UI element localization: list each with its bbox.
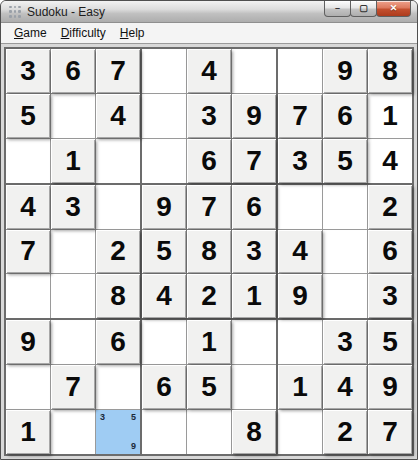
cell-r1c6[interactable] — [232, 49, 276, 93]
cell-r6c4[interactable]: 4 — [142, 274, 186, 318]
cell-r4c5[interactable]: 7 — [187, 185, 231, 229]
close-button[interactable]: ✕ — [376, 1, 411, 17]
menu-help[interactable]: Help — [113, 24, 152, 42]
cell-r5c4[interactable]: 5 — [142, 230, 186, 274]
cell-r3c4[interactable] — [142, 139, 186, 183]
cell-r4c4[interactable]: 9 — [142, 185, 186, 229]
cell-r5c6[interactable]: 3 — [232, 230, 276, 274]
cell-r8c2[interactable]: 7 — [51, 365, 95, 409]
minimize-button[interactable]: – — [324, 1, 351, 17]
cell-r6c9[interactable]: 3 — [368, 274, 412, 318]
cell-r3c2[interactable]: 1 — [51, 139, 95, 183]
cell-r9c7[interactable] — [278, 410, 322, 454]
cell-r6c8[interactable] — [323, 274, 367, 318]
cell-r8c4[interactable]: 6 — [142, 365, 186, 409]
sudoku-board: 3675414396798761354437289765834212469396… — [4, 47, 414, 456]
cell-r8c8[interactable]: 4 — [323, 365, 367, 409]
client-area: 3675414396798761354437289765834212469396… — [1, 44, 417, 459]
cell-r5c2[interactable] — [51, 230, 95, 274]
menu-game[interactable]: Game — [7, 24, 54, 42]
cell-r2c9[interactable]: 1 — [368, 94, 412, 138]
cell-r7c6[interactable] — [232, 320, 276, 364]
cell-r3c6[interactable]: 7 — [232, 139, 276, 183]
cell-r1c5[interactable]: 4 — [187, 49, 231, 93]
cell-r9c9[interactable]: 7 — [368, 410, 412, 454]
cell-r5c5[interactable]: 8 — [187, 230, 231, 274]
cell-r9c5[interactable] — [187, 410, 231, 454]
window-title: Sudoku - Easy — [27, 5, 105, 19]
cell-r3c9[interactable]: 4 — [368, 139, 412, 183]
cell-r4c8[interactable] — [323, 185, 367, 229]
cell-r7c7[interactable] — [278, 320, 322, 364]
cell-r2c4[interactable] — [142, 94, 186, 138]
sudoku-window: Sudoku - Easy – ▢ ✕ Game Difficulty Help… — [0, 0, 418, 460]
cell-r9c1[interactable]: 1 — [6, 410, 50, 454]
cell-r1c8[interactable]: 9 — [323, 49, 367, 93]
cell-r3c3[interactable] — [96, 139, 140, 183]
cell-r1c9[interactable]: 8 — [368, 49, 412, 93]
cell-r5c9[interactable]: 6 — [368, 230, 412, 274]
cell-r2c8[interactable]: 6 — [323, 94, 367, 138]
cell-r6c5[interactable]: 2 — [187, 274, 231, 318]
box-1-3: 98761354 — [278, 49, 412, 183]
cell-r9c4[interactable] — [142, 410, 186, 454]
cell-r9c2[interactable] — [51, 410, 95, 454]
cell-r8c5[interactable]: 5 — [187, 365, 231, 409]
cell-r6c7[interactable]: 9 — [278, 274, 322, 318]
cell-r8c7[interactable]: 1 — [278, 365, 322, 409]
caption-buttons: – ▢ ✕ — [325, 1, 411, 17]
cell-r5c7[interactable]: 4 — [278, 230, 322, 274]
cell-r9c8[interactable]: 2 — [323, 410, 367, 454]
cell-r4c1[interactable]: 4 — [6, 185, 50, 229]
cell-r9c3[interactable]: 359 — [96, 410, 140, 454]
cell-r7c2[interactable] — [51, 320, 95, 364]
cell-r5c1[interactable]: 7 — [6, 230, 50, 274]
cell-r2c3[interactable]: 4 — [96, 94, 140, 138]
cell-r6c3[interactable]: 8 — [96, 274, 140, 318]
cell-r7c1[interactable]: 9 — [6, 320, 50, 364]
box-2-3: 24693 — [278, 185, 412, 319]
pencil-mark-5: 5 — [131, 413, 136, 422]
cell-r8c9[interactable]: 9 — [368, 365, 412, 409]
pencil-mark-3: 3 — [100, 413, 105, 422]
cell-r3c8[interactable]: 5 — [323, 139, 367, 183]
cell-r2c6[interactable]: 9 — [232, 94, 276, 138]
cell-r8c1[interactable] — [6, 365, 50, 409]
pencil-mark-9: 9 — [131, 442, 136, 451]
cell-r6c1[interactable] — [6, 274, 50, 318]
box-3-1: 9671359 — [6, 320, 140, 454]
cell-r3c5[interactable]: 6 — [187, 139, 231, 183]
cell-r4c7[interactable] — [278, 185, 322, 229]
maximize-button[interactable]: ▢ — [350, 1, 377, 17]
box-3-3: 3514927 — [278, 320, 412, 454]
cell-r2c7[interactable]: 7 — [278, 94, 322, 138]
cell-r9c6[interactable]: 8 — [232, 410, 276, 454]
menu-bar: Game Difficulty Help — [1, 23, 417, 44]
box-3-2: 1658 — [142, 320, 276, 454]
cell-r6c6[interactable]: 1 — [232, 274, 276, 318]
cell-r1c2[interactable]: 6 — [51, 49, 95, 93]
cell-r6c2[interactable] — [51, 274, 95, 318]
cell-r7c3[interactable]: 6 — [96, 320, 140, 364]
box-1-1: 367541 — [6, 49, 140, 183]
box-1-2: 43967 — [142, 49, 276, 183]
cell-r7c5[interactable]: 1 — [187, 320, 231, 364]
cell-r8c6[interactable] — [232, 365, 276, 409]
cell-r1c4[interactable] — [142, 49, 186, 93]
cell-r4c9[interactable]: 2 — [368, 185, 412, 229]
cell-r7c8[interactable]: 3 — [323, 320, 367, 364]
cell-r5c8[interactable] — [323, 230, 367, 274]
cell-r2c1[interactable]: 5 — [6, 94, 50, 138]
cell-r1c1[interactable]: 3 — [6, 49, 50, 93]
cell-r3c7[interactable]: 3 — [278, 139, 322, 183]
cell-r1c3[interactable]: 7 — [96, 49, 140, 93]
cell-r2c2[interactable] — [51, 94, 95, 138]
cell-r4c2[interactable]: 3 — [51, 185, 95, 229]
box-2-2: 976583421 — [142, 185, 276, 319]
cell-r1c7[interactable] — [278, 49, 322, 93]
title-bar[interactable]: Sudoku - Easy – ▢ ✕ — [1, 1, 417, 23]
cell-r3c1[interactable] — [6, 139, 50, 183]
cell-r7c4[interactable] — [142, 320, 186, 364]
cell-r8c3[interactable] — [96, 365, 140, 409]
menu-difficulty[interactable]: Difficulty — [54, 24, 113, 42]
cell-r2c5[interactable]: 3 — [187, 94, 231, 138]
box-2-1: 43728 — [6, 185, 140, 319]
cell-r4c6[interactable]: 6 — [232, 185, 276, 229]
cell-r7c9[interactable]: 5 — [368, 320, 412, 364]
cell-r4c3[interactable] — [96, 185, 140, 229]
cell-r5c3[interactable]: 2 — [96, 230, 140, 274]
app-grid-icon — [8, 5, 22, 19]
